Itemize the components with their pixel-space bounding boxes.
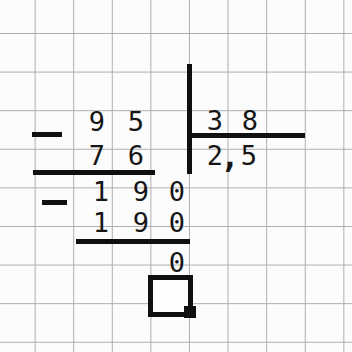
subtrahend2-digit-1: 1 — [93, 209, 109, 236]
answer-box-resize-handle-icon[interactable] — [184, 306, 196, 318]
subtrahend2-digit-9: 9 — [133, 209, 149, 236]
subtrahend1-digit-6: 6 — [128, 142, 144, 169]
divider-vertical-line — [187, 64, 192, 174]
dividend-digit-5: 5 — [128, 108, 144, 135]
minus-sign-1 — [32, 132, 62, 137]
subtraction-underline-2 — [76, 239, 190, 244]
minus-sign-2 — [42, 200, 67, 205]
bringdown-row-digit-9: 9 — [133, 178, 149, 205]
quotient-digit-5: 5 — [241, 142, 257, 169]
divisor-digit-3: 3 — [207, 107, 223, 134]
division-worksheet-board: 9538762,51901900 — [0, 0, 352, 352]
dividend-digit-9: 9 — [89, 108, 105, 135]
subtrahend1-digit-7: 7 — [89, 142, 105, 169]
final-remainder-digit-0: 0 — [169, 249, 185, 276]
bringdown-row-digit-0: 0 — [169, 178, 185, 205]
quotient-decimal-comma: , — [220, 141, 239, 173]
subtrahend2-digit-0: 0 — [169, 209, 185, 236]
divisor-digit-8: 8 — [242, 107, 258, 134]
bringdown-row-digit-1: 1 — [93, 178, 109, 205]
